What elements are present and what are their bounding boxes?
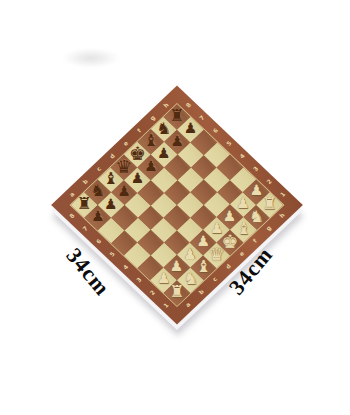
black-rook: ♜ — [169, 107, 184, 125]
photo-smudge — [62, 48, 120, 68]
white-rook: ♜ — [262, 195, 277, 213]
black-pawn: ♟ — [184, 120, 197, 138]
product-photo: abcdefgh abcdefgh 87654321 87654321 ♜♞♝♛… — [0, 0, 350, 415]
white-pawn: ♟ — [250, 182, 263, 200]
